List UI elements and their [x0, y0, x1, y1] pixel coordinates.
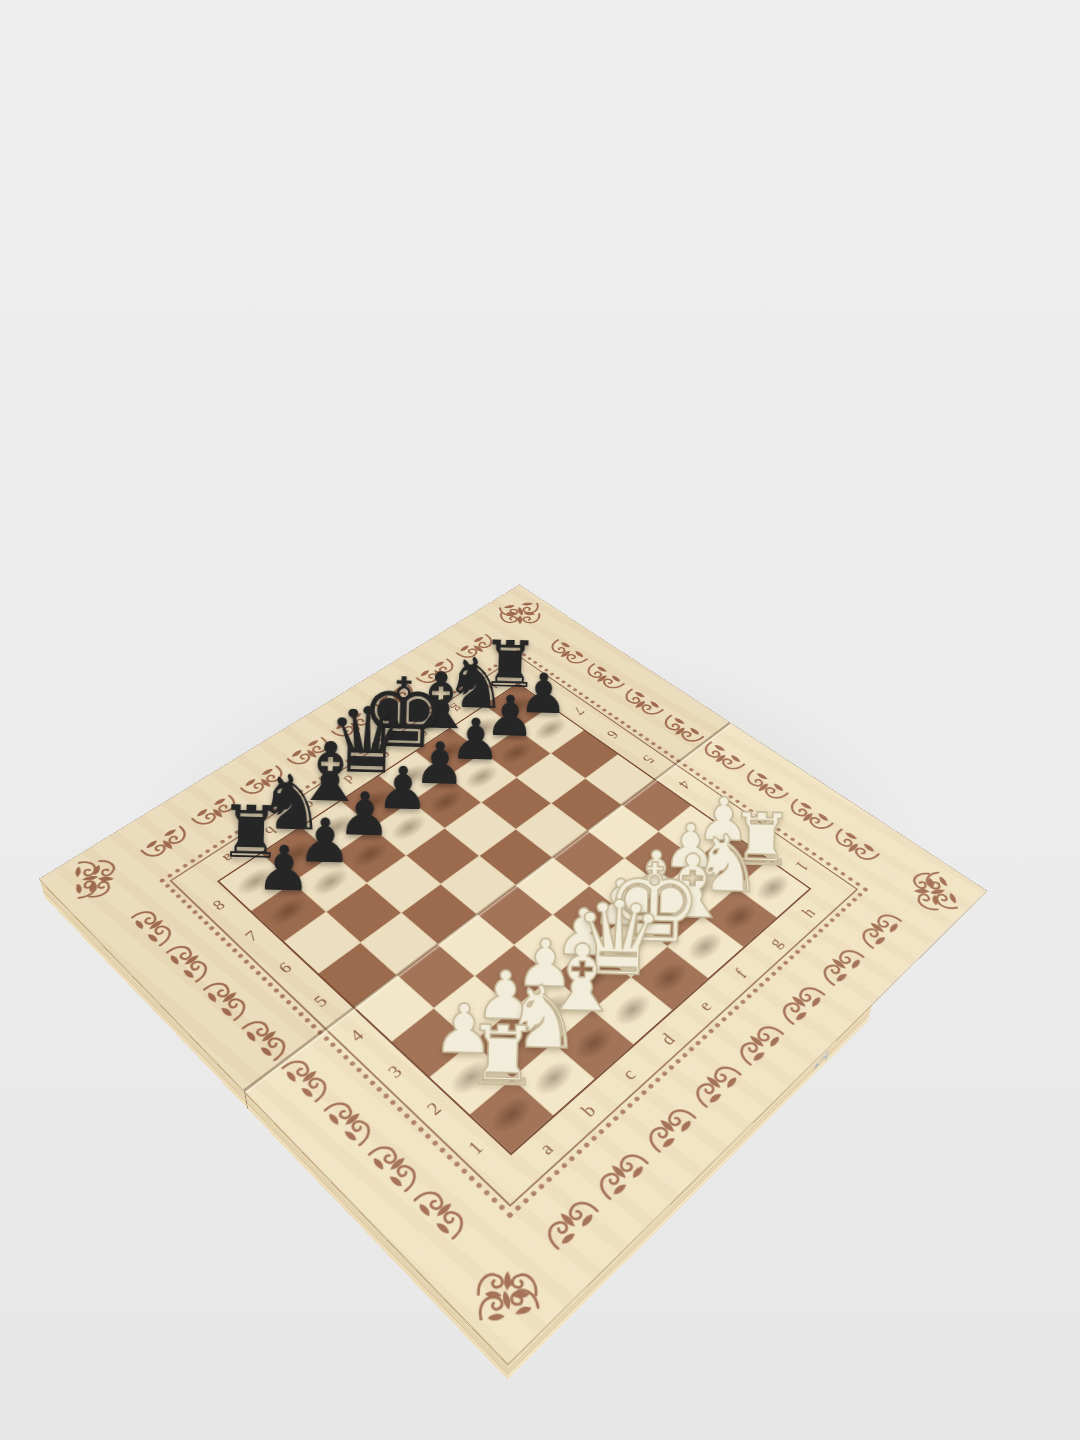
flourish-icon: [534, 1189, 603, 1254]
flourish-icon: [851, 905, 906, 951]
flourish-icon: [162, 937, 219, 986]
product-photo-scene: abcdefgh abcdefgh 87654321 87654321 ♜♞♝♛…: [0, 0, 1080, 1440]
flourish-icon: [586, 1143, 652, 1205]
piece-shadow: [484, 1090, 539, 1139]
ornament-corner-icon: [889, 867, 959, 914]
flourish-icon: [578, 661, 628, 695]
piece-shadow: [495, 737, 539, 768]
flourish-icon: [409, 1180, 477, 1245]
white-rook-a1[interactable]: ♜: [465, 1021, 540, 1092]
ornament-corner-icon: [66, 857, 139, 904]
flourish-icon: [363, 1134, 429, 1196]
flourish-icon: [636, 1098, 700, 1157]
flourish-icon: [127, 902, 183, 949]
flourish-icon: [825, 826, 883, 868]
flourish-icon: [199, 973, 258, 1025]
flourish-icon: [616, 686, 667, 721]
flourish-icon: [771, 977, 829, 1028]
flourish-icon: [812, 940, 869, 989]
flourish-icon: [237, 1011, 297, 1065]
flourish-icon: [728, 1016, 788, 1069]
flourish-icon: [695, 739, 749, 777]
piece-shadow: [529, 714, 572, 744]
flourish-icon: [683, 1056, 745, 1112]
flourish-icon: [136, 823, 196, 865]
black-pawn-a7[interactable]: ♟: [255, 843, 312, 897]
flourish-icon: [319, 1091, 383, 1150]
ornament-corner-icon: [471, 1248, 547, 1321]
piece-shadow: [460, 761, 505, 793]
